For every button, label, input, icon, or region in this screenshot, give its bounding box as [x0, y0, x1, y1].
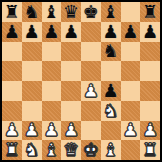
white-pawn[interactable]: ♟: [142, 121, 158, 139]
square-f8[interactable]: ♝: [101, 2, 121, 22]
chess-board-window: ♜♞♝♛♚♝♜♟♟♟♟♟♟♟♞♟♟♞♟♟♟♟♟♟♜♞♝♛♚♝♜: [0, 0, 162, 162]
square-a2[interactable]: ♟: [2, 121, 22, 141]
white-pawn[interactable]: ♟: [4, 121, 20, 139]
chess-board: ♜♞♝♛♚♝♜♟♟♟♟♟♟♟♞♟♟♞♟♟♟♟♟♟♜♞♝♛♚♝♜: [0, 0, 162, 162]
square-b4[interactable]: [22, 81, 42, 101]
square-c2[interactable]: ♟: [42, 121, 62, 141]
square-c3[interactable]: [42, 101, 62, 121]
square-f7[interactable]: ♟: [101, 22, 121, 42]
square-b1[interactable]: ♞: [22, 140, 42, 160]
square-c7[interactable]: ♟: [42, 22, 62, 42]
square-g2[interactable]: ♟: [121, 121, 141, 141]
square-c1[interactable]: ♝: [42, 140, 62, 160]
black-pawn[interactable]: ♟: [122, 23, 138, 41]
square-d4[interactable]: [61, 81, 81, 101]
white-bishop[interactable]: ♝: [103, 141, 119, 159]
square-h2[interactable]: ♟: [140, 121, 160, 141]
square-c4[interactable]: [42, 81, 62, 101]
square-e1[interactable]: ♚: [81, 140, 101, 160]
black-king[interactable]: ♚: [83, 3, 99, 21]
square-h1[interactable]: ♜: [140, 140, 160, 160]
white-pawn[interactable]: ♟: [24, 121, 40, 139]
square-a3[interactable]: [2, 101, 22, 121]
square-h3[interactable]: [140, 101, 160, 121]
white-queen[interactable]: ♛: [63, 141, 79, 159]
white-bishop[interactable]: ♝: [43, 141, 59, 159]
white-rook[interactable]: ♜: [4, 141, 20, 159]
square-d1[interactable]: ♛: [61, 140, 81, 160]
square-h7[interactable]: ♟: [140, 22, 160, 42]
square-f5[interactable]: [101, 61, 121, 81]
square-f4[interactable]: ♟: [101, 81, 121, 101]
square-a5[interactable]: [2, 61, 22, 81]
white-pawn[interactable]: ♟: [63, 121, 79, 139]
black-pawn[interactable]: ♟: [103, 82, 119, 100]
square-d2[interactable]: ♟: [61, 121, 81, 141]
square-h4[interactable]: [140, 81, 160, 101]
square-b6[interactable]: [22, 42, 42, 62]
square-f6[interactable]: ♞: [101, 42, 121, 62]
black-bishop[interactable]: ♝: [43, 3, 59, 21]
square-h6[interactable]: [140, 42, 160, 62]
black-queen[interactable]: ♛: [63, 3, 79, 21]
white-pawn[interactable]: ♟: [43, 121, 59, 139]
square-e7[interactable]: [81, 22, 101, 42]
square-d6[interactable]: [61, 42, 81, 62]
square-e5[interactable]: [81, 61, 101, 81]
square-a8[interactable]: ♜: [2, 2, 22, 22]
square-d5[interactable]: [61, 61, 81, 81]
square-g4[interactable]: [121, 81, 141, 101]
white-king[interactable]: ♚: [83, 141, 99, 159]
black-rook[interactable]: ♜: [4, 3, 20, 21]
square-b7[interactable]: ♟: [22, 22, 42, 42]
black-pawn[interactable]: ♟: [24, 23, 40, 41]
black-pawn[interactable]: ♟: [142, 23, 158, 41]
square-c5[interactable]: [42, 61, 62, 81]
black-bishop[interactable]: ♝: [103, 3, 119, 21]
square-f3[interactable]: ♞: [101, 101, 121, 121]
white-knight[interactable]: ♞: [103, 102, 119, 120]
square-b5[interactable]: [22, 61, 42, 81]
square-g5[interactable]: [121, 61, 141, 81]
square-h5[interactable]: [140, 61, 160, 81]
square-a7[interactable]: ♟: [2, 22, 22, 42]
white-pawn[interactable]: ♟: [83, 82, 99, 100]
square-g6[interactable]: [121, 42, 141, 62]
square-f2[interactable]: [101, 121, 121, 141]
square-g8[interactable]: [121, 2, 141, 22]
black-rook[interactable]: ♜: [142, 3, 158, 21]
square-c8[interactable]: ♝: [42, 2, 62, 22]
square-e3[interactable]: [81, 101, 101, 121]
square-a6[interactable]: [2, 42, 22, 62]
square-g1[interactable]: [121, 140, 141, 160]
square-g3[interactable]: [121, 101, 141, 121]
black-knight[interactable]: ♞: [103, 42, 119, 60]
square-a1[interactable]: ♜: [2, 140, 22, 160]
square-b2[interactable]: ♟: [22, 121, 42, 141]
square-e2[interactable]: [81, 121, 101, 141]
square-e6[interactable]: [81, 42, 101, 62]
square-c6[interactable]: [42, 42, 62, 62]
square-b8[interactable]: ♞: [22, 2, 42, 22]
square-a4[interactable]: [2, 81, 22, 101]
square-g7[interactable]: ♟: [121, 22, 141, 42]
square-b3[interactable]: [22, 101, 42, 121]
square-d8[interactable]: ♛: [61, 2, 81, 22]
square-e8[interactable]: ♚: [81, 2, 101, 22]
white-rook[interactable]: ♜: [142, 141, 158, 159]
black-pawn[interactable]: ♟: [43, 23, 59, 41]
black-pawn[interactable]: ♟: [63, 23, 79, 41]
black-knight[interactable]: ♞: [24, 3, 40, 21]
square-d3[interactable]: [61, 101, 81, 121]
black-pawn[interactable]: ♟: [4, 23, 20, 41]
white-knight[interactable]: ♞: [24, 141, 40, 159]
square-e4[interactable]: ♟: [81, 81, 101, 101]
black-pawn[interactable]: ♟: [103, 23, 119, 41]
square-h8[interactable]: ♜: [140, 2, 160, 22]
square-f1[interactable]: ♝: [101, 140, 121, 160]
square-d7[interactable]: ♟: [61, 22, 81, 42]
white-pawn[interactable]: ♟: [122, 121, 138, 139]
